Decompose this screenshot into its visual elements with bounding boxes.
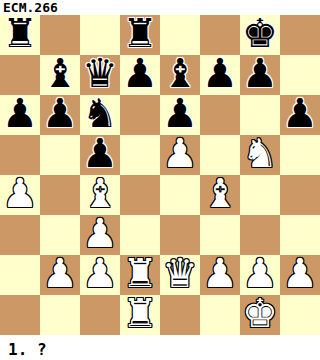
square-d4[interactable] xyxy=(120,175,160,215)
piece-white-pawn: ♟ xyxy=(82,215,118,253)
square-d1[interactable]: ♜ xyxy=(120,295,160,335)
square-c3[interactable]: ♟ xyxy=(80,215,120,255)
square-a4[interactable]: ♟ xyxy=(0,175,40,215)
square-c8[interactable] xyxy=(80,15,120,55)
square-e7[interactable]: ♝ xyxy=(160,55,200,95)
square-b3[interactable] xyxy=(40,215,80,255)
square-c5[interactable]: ♟ xyxy=(80,135,120,175)
piece-black-pawn: ♟ xyxy=(122,55,158,93)
piece-white-rook: ♜ xyxy=(122,295,158,333)
piece-white-king: ♚ xyxy=(242,295,278,333)
diagram-title: ECM.266 xyxy=(0,0,320,15)
piece-white-knight: ♞ xyxy=(242,135,278,173)
square-e2[interactable]: ♛ xyxy=(160,255,200,295)
piece-black-pawn: ♟ xyxy=(162,95,198,133)
square-f3[interactable] xyxy=(200,215,240,255)
square-c4[interactable]: ♝ xyxy=(80,175,120,215)
square-b7[interactable]: ♝ xyxy=(40,55,80,95)
piece-black-bishop: ♝ xyxy=(162,55,198,93)
piece-black-king: ♚ xyxy=(242,15,278,53)
piece-black-queen: ♛ xyxy=(82,55,118,93)
square-g5[interactable]: ♞ xyxy=(240,135,280,175)
square-d2[interactable]: ♜ xyxy=(120,255,160,295)
square-b1[interactable] xyxy=(40,295,80,335)
square-h7[interactable] xyxy=(280,55,320,95)
square-f5[interactable] xyxy=(200,135,240,175)
piece-white-pawn: ♟ xyxy=(42,255,78,293)
square-a5[interactable] xyxy=(0,135,40,175)
square-a8[interactable]: ♜ xyxy=(0,15,40,55)
piece-white-pawn: ♟ xyxy=(2,175,38,213)
chess-diagram: ECM.266 ♜♜♚♝♛♟♝♟♟♟♟♞♟♟♟♟♞♟♝♝♟♟♟♜♛♟♟♟♜♚ 1… xyxy=(0,0,320,360)
square-h8[interactable] xyxy=(280,15,320,55)
piece-black-bishop: ♝ xyxy=(42,55,78,93)
piece-black-pawn: ♟ xyxy=(282,95,318,133)
square-h1[interactable] xyxy=(280,295,320,335)
square-e5[interactable]: ♟ xyxy=(160,135,200,175)
square-b5[interactable] xyxy=(40,135,80,175)
square-f7[interactable]: ♟ xyxy=(200,55,240,95)
square-d6[interactable] xyxy=(120,95,160,135)
square-a7[interactable] xyxy=(0,55,40,95)
square-g3[interactable] xyxy=(240,215,280,255)
square-g6[interactable] xyxy=(240,95,280,135)
square-a2[interactable] xyxy=(0,255,40,295)
piece-white-pawn: ♟ xyxy=(162,135,198,173)
square-b4[interactable] xyxy=(40,175,80,215)
square-g2[interactable]: ♟ xyxy=(240,255,280,295)
square-a3[interactable] xyxy=(0,215,40,255)
square-d3[interactable] xyxy=(120,215,160,255)
square-a1[interactable] xyxy=(0,295,40,335)
square-f4[interactable]: ♝ xyxy=(200,175,240,215)
piece-black-pawn: ♟ xyxy=(202,55,238,93)
chess-board: ♜♜♚♝♛♟♝♟♟♟♟♞♟♟♟♟♞♟♝♝♟♟♟♜♛♟♟♟♜♚ xyxy=(0,15,320,335)
square-h3[interactable] xyxy=(280,215,320,255)
square-h2[interactable]: ♟ xyxy=(280,255,320,295)
square-e6[interactable]: ♟ xyxy=(160,95,200,135)
square-h5[interactable] xyxy=(280,135,320,175)
piece-black-pawn: ♟ xyxy=(82,135,118,173)
square-e8[interactable] xyxy=(160,15,200,55)
square-h4[interactable] xyxy=(280,175,320,215)
square-g7[interactable]: ♟ xyxy=(240,55,280,95)
square-e1[interactable] xyxy=(160,295,200,335)
piece-black-knight: ♞ xyxy=(82,95,118,133)
square-f2[interactable]: ♟ xyxy=(200,255,240,295)
square-f1[interactable] xyxy=(200,295,240,335)
piece-black-rook: ♜ xyxy=(122,15,158,53)
square-f8[interactable] xyxy=(200,15,240,55)
piece-white-queen: ♛ xyxy=(162,255,198,293)
square-f6[interactable] xyxy=(200,95,240,135)
square-g8[interactable]: ♚ xyxy=(240,15,280,55)
square-c7[interactable]: ♛ xyxy=(80,55,120,95)
piece-white-bishop: ♝ xyxy=(82,175,118,213)
square-c6[interactable]: ♞ xyxy=(80,95,120,135)
piece-black-pawn: ♟ xyxy=(2,95,38,133)
square-h6[interactable]: ♟ xyxy=(280,95,320,135)
square-g4[interactable] xyxy=(240,175,280,215)
square-d7[interactable]: ♟ xyxy=(120,55,160,95)
square-g1[interactable]: ♚ xyxy=(240,295,280,335)
piece-black-pawn: ♟ xyxy=(242,55,278,93)
square-a6[interactable]: ♟ xyxy=(0,95,40,135)
square-e4[interactable] xyxy=(160,175,200,215)
square-c2[interactable]: ♟ xyxy=(80,255,120,295)
square-d5[interactable] xyxy=(120,135,160,175)
square-b6[interactable]: ♟ xyxy=(40,95,80,135)
piece-white-pawn: ♟ xyxy=(282,255,318,293)
piece-black-rook: ♜ xyxy=(2,15,38,53)
piece-white-bishop: ♝ xyxy=(202,175,238,213)
piece-white-rook: ♜ xyxy=(122,255,158,293)
move-prompt: 1. ? xyxy=(0,340,320,359)
piece-black-pawn: ♟ xyxy=(42,95,78,133)
piece-white-pawn: ♟ xyxy=(242,255,278,293)
square-c1[interactable] xyxy=(80,295,120,335)
piece-white-pawn: ♟ xyxy=(82,255,118,293)
square-d8[interactable]: ♜ xyxy=(120,15,160,55)
square-e3[interactable] xyxy=(160,215,200,255)
piece-white-pawn: ♟ xyxy=(202,255,238,293)
square-b2[interactable]: ♟ xyxy=(40,255,80,295)
square-b8[interactable] xyxy=(40,15,80,55)
